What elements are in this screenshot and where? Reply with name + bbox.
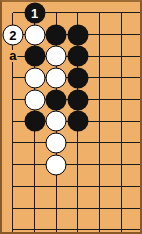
board-point <box>132 176 142 198</box>
board-point <box>132 24 142 46</box>
board-point <box>24 24 46 46</box>
board-point <box>2 132 24 154</box>
board-point <box>110 110 132 132</box>
board-point <box>89 89 111 111</box>
board-point <box>110 197 132 219</box>
black-stone <box>24 46 45 67</box>
board-point <box>2 67 24 89</box>
board-point <box>89 110 111 132</box>
board-point <box>67 110 89 132</box>
board-point <box>132 2 142 24</box>
board-point <box>89 219 111 234</box>
white-stone <box>24 89 45 110</box>
board-point <box>89 132 111 154</box>
board-point: a <box>2 45 24 67</box>
board-point <box>2 89 24 111</box>
white-stone <box>46 67 67 88</box>
board-point <box>132 219 142 234</box>
board-point <box>132 45 142 67</box>
black-stone <box>67 46 88 67</box>
board-point <box>89 67 111 89</box>
go-diagram: 12a <box>0 0 142 234</box>
board-point <box>67 176 89 198</box>
board-point <box>110 132 132 154</box>
board-point <box>24 132 46 154</box>
board-point <box>2 219 24 234</box>
board-point <box>132 110 142 132</box>
board-point <box>67 154 89 176</box>
board-point <box>89 45 111 67</box>
board-point <box>110 176 132 198</box>
board-point <box>45 110 67 132</box>
board-point <box>24 154 46 176</box>
board-point <box>45 197 67 219</box>
board-point <box>110 45 132 67</box>
board-point <box>45 176 67 198</box>
board-point <box>24 219 46 234</box>
white-stone <box>24 24 45 45</box>
black-stone: 1 <box>24 2 45 23</box>
board-point <box>67 67 89 89</box>
board-point <box>24 89 46 111</box>
black-stone <box>67 67 88 88</box>
board-point <box>89 197 111 219</box>
board-point <box>132 197 142 219</box>
board-point <box>67 132 89 154</box>
board-point <box>67 89 89 111</box>
go-board-grid: 12a <box>2 2 142 234</box>
white-stone <box>46 46 67 67</box>
board-point <box>24 110 46 132</box>
board-point <box>67 24 89 46</box>
board-point <box>132 89 142 111</box>
board-point <box>45 24 67 46</box>
board-point <box>45 2 67 24</box>
board-point <box>2 110 24 132</box>
board-point <box>2 2 24 24</box>
board-point <box>45 219 67 234</box>
board-point <box>110 24 132 46</box>
board-point <box>110 89 132 111</box>
board-point <box>89 24 111 46</box>
board-point <box>2 176 24 198</box>
board-point <box>67 45 89 67</box>
black-stone <box>67 89 88 110</box>
white-stone: 2 <box>2 24 23 45</box>
white-stone <box>46 132 67 153</box>
board-point <box>110 2 132 24</box>
board-point <box>67 197 89 219</box>
board-point <box>89 2 111 24</box>
black-stone <box>24 111 45 132</box>
board-point <box>45 67 67 89</box>
board-point <box>89 154 111 176</box>
board-point <box>132 67 142 89</box>
board-point <box>24 67 46 89</box>
board-point: 1 <box>24 2 46 24</box>
black-stone <box>67 111 88 132</box>
point-label-a: a <box>8 50 17 62</box>
move-number-label: 1 <box>31 6 38 19</box>
board-point <box>45 45 67 67</box>
white-stone <box>46 154 67 175</box>
board-point: 2 <box>2 24 24 46</box>
board-point <box>110 67 132 89</box>
board-point <box>67 2 89 24</box>
black-stone <box>46 24 67 45</box>
board-point <box>110 154 132 176</box>
board-point <box>24 176 46 198</box>
board-point <box>132 132 142 154</box>
board-point <box>45 132 67 154</box>
board-point <box>24 45 46 67</box>
board-point <box>110 219 132 234</box>
board-point <box>45 154 67 176</box>
move-number-label: 2 <box>9 28 16 41</box>
board-point <box>45 89 67 111</box>
board-point <box>2 197 24 219</box>
board-point <box>24 197 46 219</box>
white-stone <box>46 111 67 132</box>
board-point <box>132 154 142 176</box>
board-point <box>89 176 111 198</box>
black-stone <box>67 24 88 45</box>
board-point <box>67 219 89 234</box>
black-stone <box>46 89 67 110</box>
white-stone <box>24 67 45 88</box>
board-point <box>2 154 24 176</box>
